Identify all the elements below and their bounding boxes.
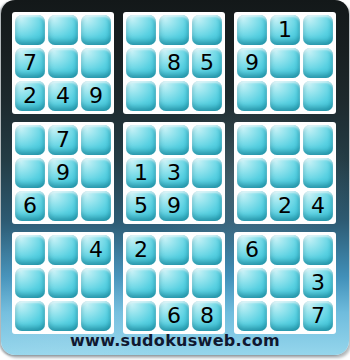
cell-r5c4[interactable]: 1 [126, 158, 156, 188]
given-digit: 4 [56, 85, 70, 107]
cell-r1c4[interactable] [126, 15, 156, 45]
given-digit: 9 [167, 195, 181, 217]
cell-r1c3[interactable] [81, 15, 111, 45]
given-digit: 1 [278, 19, 292, 41]
cell-r4c2[interactable]: 7 [48, 125, 78, 155]
cell-r1c9[interactable] [303, 15, 333, 45]
cell-r1c6[interactable] [192, 15, 222, 45]
cell-r6c5[interactable]: 9 [159, 191, 189, 221]
cell-r1c1[interactable] [15, 15, 45, 45]
cell-r4c5[interactable] [159, 125, 189, 155]
given-digit: 3 [167, 162, 181, 184]
cell-r7c1[interactable] [15, 235, 45, 265]
cell-r2c8[interactable] [270, 48, 300, 78]
cell-r7c6[interactable] [192, 235, 222, 265]
given-digit: 9 [245, 52, 259, 74]
given-digit: 4 [311, 195, 325, 217]
cell-r5c3[interactable] [81, 158, 111, 188]
box-3: 19 [234, 12, 336, 114]
cell-r5c6[interactable] [192, 158, 222, 188]
cell-r8c4[interactable] [126, 268, 156, 298]
cell-r7c5[interactable] [159, 235, 189, 265]
sudoku-board: 7249 85 19 796 1359 24 4 268 637 www.sud… [1, 0, 349, 355]
sudoku-grid: 7249 85 19 796 1359 24 4 268 637 [12, 12, 336, 334]
given-digit: 7 [23, 52, 37, 74]
given-digit: 5 [134, 195, 148, 217]
given-digit: 2 [278, 195, 292, 217]
cell-r7c2[interactable] [48, 235, 78, 265]
cell-r9c7[interactable] [237, 301, 267, 331]
cell-r1c8[interactable]: 1 [270, 15, 300, 45]
cell-r3c1[interactable]: 2 [15, 81, 45, 111]
cell-r2c6[interactable]: 5 [192, 48, 222, 78]
cell-r3c6[interactable] [192, 81, 222, 111]
given-digit: 6 [23, 195, 37, 217]
cell-r4c9[interactable] [303, 125, 333, 155]
cell-r5c9[interactable] [303, 158, 333, 188]
given-digit: 2 [134, 239, 148, 261]
given-digit: 8 [200, 305, 214, 327]
cell-r6c6[interactable] [192, 191, 222, 221]
cell-r4c6[interactable] [192, 125, 222, 155]
cell-r2c2[interactable] [48, 48, 78, 78]
cell-r3c9[interactable] [303, 81, 333, 111]
box-4: 796 [12, 122, 114, 224]
cell-r7c9[interactable] [303, 235, 333, 265]
given-digit: 7 [311, 305, 325, 327]
given-digit: 9 [56, 162, 70, 184]
box-5: 1359 [123, 122, 225, 224]
cell-r1c5[interactable] [159, 15, 189, 45]
given-digit: 7 [56, 129, 70, 151]
given-digit: 9 [89, 85, 103, 107]
given-digit: 1 [134, 162, 148, 184]
given-digit: 6 [167, 305, 181, 327]
cell-r9c9[interactable]: 7 [303, 301, 333, 331]
cell-r5c1[interactable] [15, 158, 45, 188]
cell-r5c5[interactable]: 3 [159, 158, 189, 188]
cell-r6c9[interactable]: 4 [303, 191, 333, 221]
box-6: 24 [234, 122, 336, 224]
cell-r8c2[interactable] [48, 268, 78, 298]
cell-r2c9[interactable] [303, 48, 333, 78]
cell-r9c2[interactable] [48, 301, 78, 331]
site-url[interactable]: www.sudokusweb.com [1, 331, 349, 350]
cell-r3c8[interactable] [270, 81, 300, 111]
box-7: 4 [12, 232, 114, 334]
cell-r2c3[interactable] [81, 48, 111, 78]
cell-r6c3[interactable] [81, 191, 111, 221]
cell-r8c3[interactable] [81, 268, 111, 298]
given-digit: 2 [23, 85, 37, 107]
given-digit: 8 [167, 52, 181, 74]
cell-r7c4[interactable]: 2 [126, 235, 156, 265]
cell-r9c8[interactable] [270, 301, 300, 331]
cell-r4c1[interactable] [15, 125, 45, 155]
cell-r7c8[interactable] [270, 235, 300, 265]
cell-r3c7[interactable] [237, 81, 267, 111]
cell-r4c4[interactable] [126, 125, 156, 155]
cell-r9c4[interactable] [126, 301, 156, 331]
cell-r8c5[interactable] [159, 268, 189, 298]
cell-r1c2[interactable] [48, 15, 78, 45]
cell-r8c9[interactable]: 3 [303, 268, 333, 298]
given-digit: 3 [311, 272, 325, 294]
box-9: 637 [234, 232, 336, 334]
cell-r2c1[interactable]: 7 [15, 48, 45, 78]
cell-r2c7[interactable]: 9 [237, 48, 267, 78]
cell-r7c7[interactable]: 6 [237, 235, 267, 265]
cell-r3c5[interactable] [159, 81, 189, 111]
box-1: 7249 [12, 12, 114, 114]
cell-r8c7[interactable] [237, 268, 267, 298]
cell-r4c3[interactable] [81, 125, 111, 155]
cell-r8c6[interactable] [192, 268, 222, 298]
cell-r8c1[interactable] [15, 268, 45, 298]
given-digit: 4 [89, 239, 103, 261]
cell-r5c8[interactable] [270, 158, 300, 188]
cell-r2c4[interactable] [126, 48, 156, 78]
cell-r9c5[interactable]: 6 [159, 301, 189, 331]
cell-r2c5[interactable]: 8 [159, 48, 189, 78]
cell-r3c3[interactable]: 9 [81, 81, 111, 111]
cell-r9c3[interactable] [81, 301, 111, 331]
cell-r6c4[interactable]: 5 [126, 191, 156, 221]
cell-r3c4[interactable] [126, 81, 156, 111]
cell-r1c7[interactable] [237, 15, 267, 45]
cell-r6c2[interactable] [48, 191, 78, 221]
box-8: 268 [123, 232, 225, 334]
cell-r8c8[interactable] [270, 268, 300, 298]
cell-r6c1[interactable]: 6 [15, 191, 45, 221]
cell-r4c8[interactable] [270, 125, 300, 155]
cell-r3c2[interactable]: 4 [48, 81, 78, 111]
box-2: 85 [123, 12, 225, 114]
cell-r4c7[interactable] [237, 125, 267, 155]
cell-r7c3[interactable]: 4 [81, 235, 111, 265]
given-digit: 5 [200, 52, 214, 74]
cell-r6c8[interactable]: 2 [270, 191, 300, 221]
cell-r5c2[interactable]: 9 [48, 158, 78, 188]
cell-r6c7[interactable] [237, 191, 267, 221]
cell-r9c1[interactable] [15, 301, 45, 331]
cell-r5c7[interactable] [237, 158, 267, 188]
given-digit: 6 [245, 239, 259, 261]
cell-r9c6[interactable]: 8 [192, 301, 222, 331]
